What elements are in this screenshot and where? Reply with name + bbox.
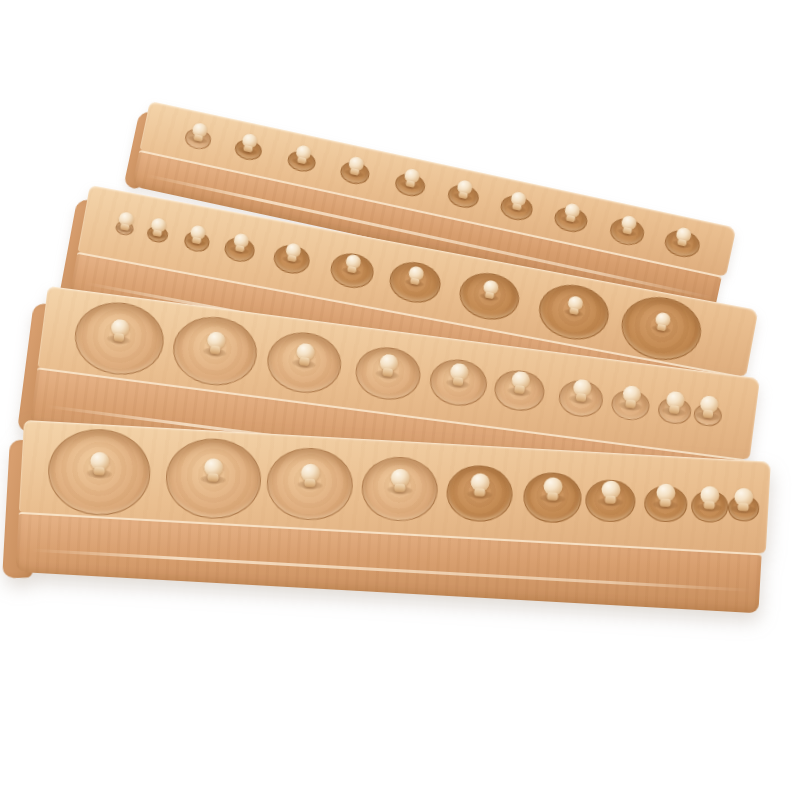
cylinder-knob: [510, 370, 531, 394]
knob-stem: [569, 307, 578, 315]
knob-stem: [208, 473, 219, 482]
cylinder-knob: [295, 342, 316, 366]
cylinder-9: [656, 395, 692, 426]
knob-stem: [287, 255, 296, 263]
cylinder-7: [386, 258, 443, 306]
knob-stem: [120, 223, 129, 231]
cylinder-8: [643, 485, 688, 524]
cylinder-1: [70, 297, 167, 379]
cylinder-knob: [300, 463, 320, 487]
cylinder-knob: [203, 458, 223, 482]
knob-stem: [347, 266, 356, 274]
knob-stem: [703, 410, 714, 419]
cylinder-2: [169, 312, 261, 390]
cylinder-6: [522, 472, 583, 524]
cylinder-2: [233, 137, 264, 162]
cylinder-7: [584, 478, 636, 523]
cylinder-knob: [90, 452, 110, 476]
knob-stem: [299, 357, 310, 366]
knob-stem: [474, 488, 485, 497]
knob-stem: [660, 498, 671, 507]
cylinder-7: [499, 193, 535, 223]
cylinder-9: [690, 490, 729, 523]
cylinder-3: [264, 328, 345, 397]
cylinder-10: [693, 402, 724, 428]
cylinder-6: [328, 250, 376, 291]
knob-stem: [669, 405, 680, 414]
cylinder-knob: [699, 395, 720, 419]
cylinder-knob: [543, 477, 563, 501]
knob-stem: [453, 377, 464, 386]
cylinder-2: [163, 436, 262, 521]
cylinder-knob: [621, 385, 642, 409]
cylinder-9: [608, 216, 647, 248]
knob-stem: [394, 484, 405, 493]
knob-stem: [657, 324, 666, 332]
cylinder-knob: [110, 318, 131, 342]
knob-stem: [704, 501, 715, 510]
knob-stem: [192, 237, 201, 245]
cylinder-5: [272, 242, 313, 276]
knob-stem: [547, 492, 558, 501]
knob-stem: [94, 467, 105, 476]
knob-stem: [382, 368, 393, 377]
cylinder-9: [535, 279, 614, 345]
cylinder-knob: [390, 468, 410, 492]
cylinder-knob: [470, 473, 490, 497]
knob-stem: [738, 503, 749, 512]
knob-stem: [605, 495, 616, 504]
knob-stem: [235, 245, 244, 253]
cylinder-knob: [700, 486, 720, 510]
cylinder-knob: [449, 362, 470, 386]
cylinder-5: [427, 356, 489, 409]
front-bevel-highlight: [32, 549, 752, 592]
knob-stem: [114, 333, 125, 342]
knob-stem: [576, 393, 587, 402]
knob-stem: [410, 278, 419, 286]
cylinder-8: [456, 268, 523, 324]
cylinder-2: [145, 224, 169, 244]
knob-stem: [625, 399, 636, 408]
cylinder-4: [352, 343, 423, 403]
cylinder-10: [727, 494, 759, 522]
cylinder-4: [223, 235, 257, 263]
knob-stem: [485, 292, 494, 300]
cylinder-knob: [206, 331, 227, 355]
cylinder-4: [360, 455, 439, 523]
cylinder-5: [445, 464, 514, 523]
cylinder-3: [265, 445, 355, 522]
knob-stem: [514, 385, 525, 394]
knob-stem: [305, 479, 316, 488]
cylinder-5: [393, 171, 427, 199]
cylinder-8: [610, 387, 652, 422]
cylinder-10: [662, 227, 702, 260]
cylinder-3: [286, 148, 318, 174]
cylinder-knob: [656, 483, 676, 507]
knob-stem: [153, 229, 162, 237]
cylinder-6: [445, 182, 480, 211]
cylinder-knob: [378, 353, 399, 377]
cylinder-knob: [572, 378, 593, 402]
cylinder-3: [182, 230, 210, 254]
cylinder-1: [115, 219, 135, 236]
cylinder-1: [183, 127, 212, 151]
cylinder-knob: [601, 480, 621, 504]
cylinder-6: [492, 367, 547, 413]
cylinder-knob: [665, 391, 686, 415]
cylinder-7: [557, 378, 605, 419]
cylinder-knob: [734, 488, 754, 512]
product-photo: [0, 0, 800, 800]
cylinder-4: [338, 159, 371, 186]
cylinder-1: [46, 426, 153, 518]
knob-stem: [210, 346, 221, 355]
cylinder-8: [552, 204, 589, 235]
